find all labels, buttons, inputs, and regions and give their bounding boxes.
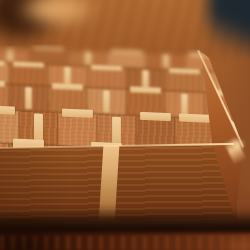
maple-inlay-vertical [64, 67, 70, 85]
maple-inlay-vertical [181, 93, 189, 116]
maple-inlay-vertical [103, 90, 111, 113]
maple-inlay-vertical [25, 87, 33, 110]
maple-inlay-horizontal [179, 114, 210, 123]
board-cell [9, 63, 48, 86]
maple-inlay-horizontal [0, 80, 5, 88]
board-cell [87, 67, 126, 90]
maple-inlay-vertical [7, 47, 13, 62]
maple-inlay-horizontal [0, 60, 5, 66]
maple-inlay-vertical [34, 114, 44, 143]
photo-frame: Close-up photograph of a handmade end-gr… [0, 0, 250, 250]
maple-inlay-vertical [163, 54, 169, 69]
corner-rim-highlight [228, 138, 246, 150]
maple-inlay-vertical [142, 70, 148, 88]
maple-inlay-vertical [112, 117, 122, 146]
board-cell [165, 70, 204, 93]
maple-inlay-vertical [85, 51, 91, 66]
maple-inlay-horizontal [0, 106, 15, 115]
